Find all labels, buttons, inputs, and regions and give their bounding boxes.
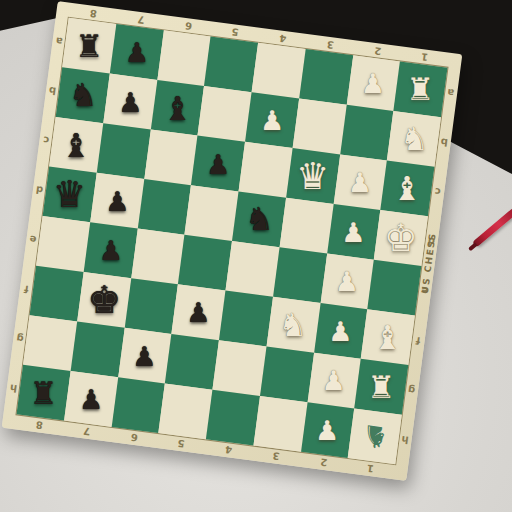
black-knight: ♞ xyxy=(245,203,274,235)
square-b6: ♝ xyxy=(150,80,204,136)
black-rook: ♜ xyxy=(30,377,58,408)
square-a2: ♟ xyxy=(346,55,400,111)
square-h1: ♞ xyxy=(348,408,402,464)
square-h5 xyxy=(159,383,213,439)
square-d2: ♟ xyxy=(327,204,381,260)
square-e5 xyxy=(178,235,232,291)
square-e6 xyxy=(131,229,185,285)
square-b8: ♞ xyxy=(56,67,110,123)
square-b2 xyxy=(340,105,394,161)
square-d4: ♞ xyxy=(232,191,286,247)
black-pawn: ♟ xyxy=(186,299,210,326)
square-g7 xyxy=(70,321,124,377)
square-e2: ♟ xyxy=(320,253,374,309)
square-b3 xyxy=(292,99,346,155)
square-g3 xyxy=(260,346,314,402)
black-pawn: ♟ xyxy=(105,187,129,214)
board-grid: ♜♟♟♜♞♟♝♟♞♝♟♛♟♝♛♟♞♟♚♟♟♚♟♞♟♝♟♟♜♜♟♟♞ xyxy=(17,18,448,464)
square-f1: ♝ xyxy=(361,309,415,365)
square-h2: ♟ xyxy=(301,402,355,458)
white-pawn: ♟ xyxy=(260,107,284,134)
square-c1: ♝ xyxy=(381,161,435,217)
white-bishop: ♝ xyxy=(373,321,403,354)
square-c2: ♟ xyxy=(333,154,387,210)
square-f8 xyxy=(30,266,84,322)
square-a6 xyxy=(157,30,211,86)
square-b7: ♟ xyxy=(103,74,157,130)
square-e4 xyxy=(225,241,279,297)
square-a3 xyxy=(299,49,353,105)
square-f4 xyxy=(219,291,273,347)
square-h3 xyxy=(253,396,307,452)
white-rook: ♜ xyxy=(407,74,435,105)
square-d6 xyxy=(137,179,191,235)
square-g4 xyxy=(212,340,266,396)
square-c3: ♛ xyxy=(286,148,340,204)
white-bishop: ♝ xyxy=(393,172,423,205)
square-f5: ♟ xyxy=(172,284,226,340)
square-f3: ♞ xyxy=(266,297,320,353)
square-e3 xyxy=(273,247,327,303)
white-pawn: ♟ xyxy=(322,367,346,394)
square-g6: ♟ xyxy=(118,328,172,384)
black-king: ♚ xyxy=(87,281,121,319)
square-f2: ♟ xyxy=(314,303,368,359)
black-bishop: ♝ xyxy=(61,128,91,161)
white-pawn: ♟ xyxy=(348,169,372,196)
square-a7: ♟ xyxy=(110,24,164,80)
square-e8 xyxy=(36,216,90,272)
board-border: 87654321 87654321 abcdefgh abcdefgh US C… xyxy=(2,1,463,481)
square-c6 xyxy=(144,129,198,185)
square-d7: ♟ xyxy=(90,173,144,229)
knight-logo-icon: ♞ xyxy=(360,420,391,453)
square-a1: ♜ xyxy=(394,61,448,117)
black-pawn: ♟ xyxy=(206,150,230,177)
white-king: ♚ xyxy=(384,219,418,257)
square-e7: ♟ xyxy=(83,222,137,278)
white-knight: ♞ xyxy=(279,309,308,341)
square-a4 xyxy=(252,43,306,99)
square-g1: ♜ xyxy=(354,359,408,415)
black-pawn: ♟ xyxy=(98,237,122,264)
square-a8: ♜ xyxy=(62,18,116,74)
black-pawn: ♟ xyxy=(118,88,142,115)
square-c5: ♟ xyxy=(191,136,245,192)
square-b4: ♟ xyxy=(245,92,299,148)
white-pawn: ♟ xyxy=(361,70,385,97)
square-e1 xyxy=(367,260,421,316)
square-b1: ♞ xyxy=(387,111,441,167)
square-g8 xyxy=(23,315,77,371)
white-pawn: ♟ xyxy=(328,317,352,344)
square-h6 xyxy=(111,377,165,433)
black-pawn: ♟ xyxy=(124,38,148,65)
black-rook: ♜ xyxy=(75,30,103,61)
square-d1: ♚ xyxy=(374,210,428,266)
square-c8: ♝ xyxy=(49,117,103,173)
black-pawn: ♟ xyxy=(133,342,157,369)
white-pawn: ♟ xyxy=(342,218,366,245)
square-d3 xyxy=(279,198,333,254)
black-pawn: ♟ xyxy=(79,385,103,412)
white-pawn: ♟ xyxy=(315,417,339,444)
square-d5 xyxy=(185,185,239,241)
white-knight: ♞ xyxy=(400,123,429,155)
chess-board: 87654321 87654321 abcdefgh abcdefgh US C… xyxy=(2,1,463,481)
black-queen: ♛ xyxy=(53,176,86,213)
square-h8: ♜ xyxy=(17,365,71,421)
white-rook: ♜ xyxy=(367,371,395,402)
black-knight: ♞ xyxy=(68,79,97,111)
square-c7 xyxy=(97,123,151,179)
square-d8: ♛ xyxy=(43,166,97,222)
square-c4 xyxy=(239,142,293,198)
black-bishop: ♝ xyxy=(163,91,193,124)
square-h4 xyxy=(206,390,260,446)
photo-scene: 87654321 87654321 abcdefgh abcdefgh US C… xyxy=(0,0,512,512)
square-f6 xyxy=(124,278,178,334)
square-g2: ♟ xyxy=(307,353,361,409)
white-pawn: ♟ xyxy=(335,268,359,295)
square-g5 xyxy=(165,334,219,390)
square-h7: ♟ xyxy=(64,371,118,427)
white-queen: ♛ xyxy=(296,157,329,194)
square-b5 xyxy=(198,86,252,142)
square-a5 xyxy=(204,36,258,92)
red-pen xyxy=(472,207,512,247)
square-f7: ♚ xyxy=(77,272,131,328)
